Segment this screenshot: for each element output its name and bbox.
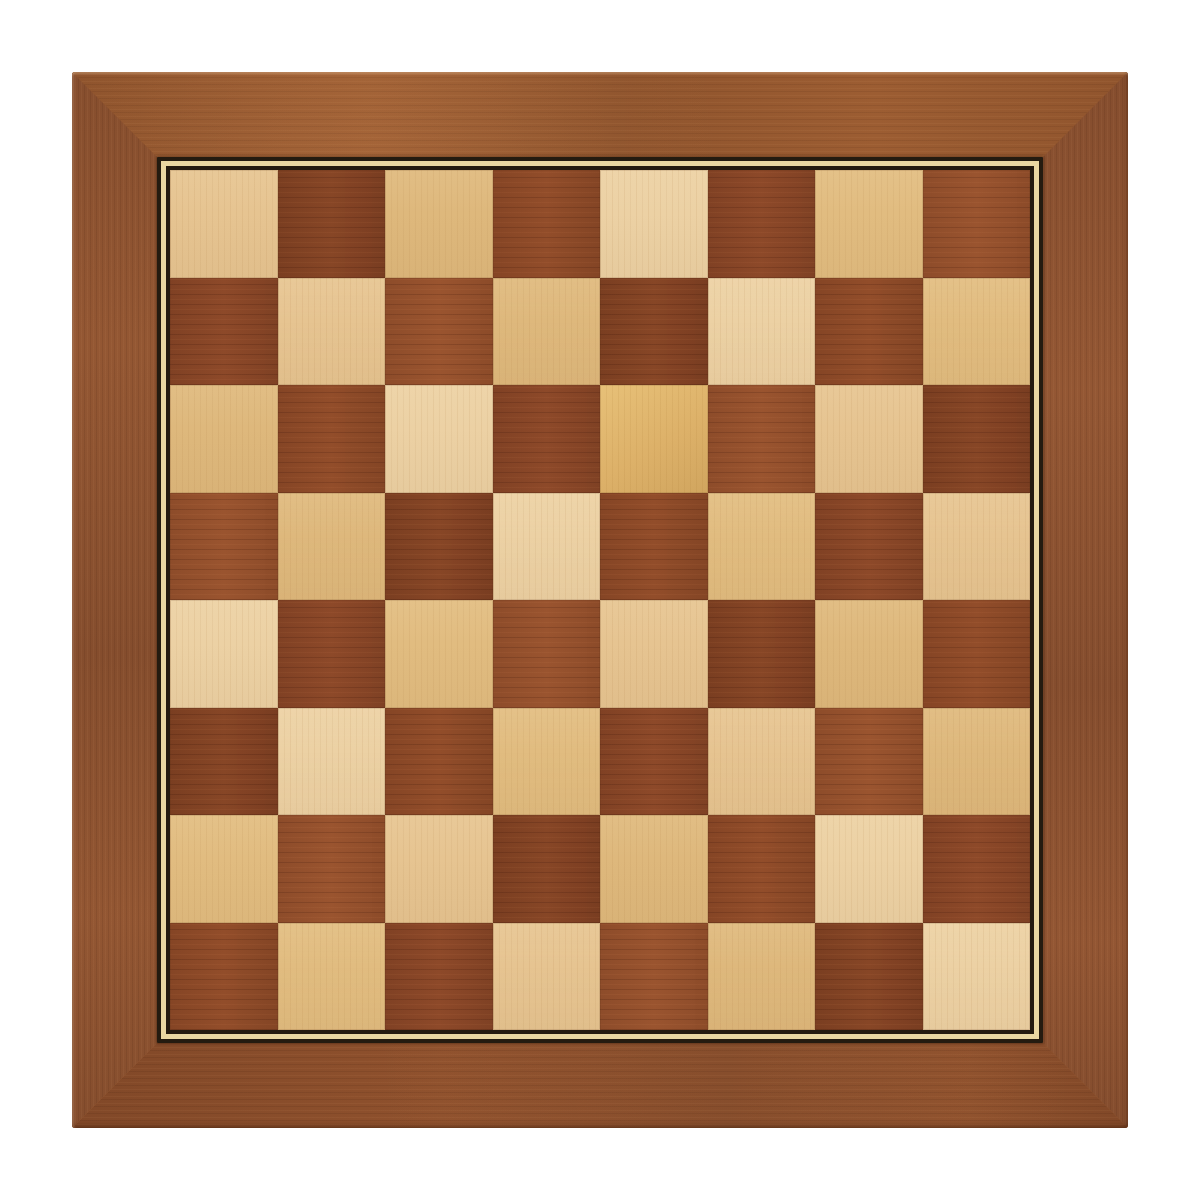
square-d1	[493, 923, 601, 1031]
square-a8	[170, 170, 278, 278]
square-h2	[923, 815, 1031, 923]
square-b1	[278, 923, 386, 1031]
square-b6	[278, 385, 386, 493]
square-e5	[600, 493, 708, 601]
square-b8	[278, 170, 386, 278]
square-e3	[600, 708, 708, 816]
square-e6	[600, 385, 708, 493]
square-a1	[170, 923, 278, 1031]
square-c2	[385, 815, 493, 923]
square-a3	[170, 708, 278, 816]
board-squares-grid	[170, 170, 1030, 1030]
square-g2	[815, 815, 923, 923]
square-g7	[815, 278, 923, 386]
square-h5	[923, 493, 1031, 601]
square-a6	[170, 385, 278, 493]
square-d2	[493, 815, 601, 923]
square-g1	[815, 923, 923, 1031]
square-d3	[493, 708, 601, 816]
square-f1	[708, 923, 816, 1031]
square-h4	[923, 600, 1031, 708]
square-f5	[708, 493, 816, 601]
square-b5	[278, 493, 386, 601]
square-f8	[708, 170, 816, 278]
square-d5	[493, 493, 601, 601]
square-g5	[815, 493, 923, 601]
square-b4	[278, 600, 386, 708]
square-f4	[708, 600, 816, 708]
square-a2	[170, 815, 278, 923]
square-c3	[385, 708, 493, 816]
product-photo-canvas	[0, 0, 1200, 1200]
square-f7	[708, 278, 816, 386]
square-c5	[385, 493, 493, 601]
square-f2	[708, 815, 816, 923]
square-h1	[923, 923, 1031, 1031]
square-f3	[708, 708, 816, 816]
square-d4	[493, 600, 601, 708]
square-e8	[600, 170, 708, 278]
square-c4	[385, 600, 493, 708]
square-c6	[385, 385, 493, 493]
square-h6	[923, 385, 1031, 493]
square-f6	[708, 385, 816, 493]
square-h3	[923, 708, 1031, 816]
square-e1	[600, 923, 708, 1031]
square-e2	[600, 815, 708, 923]
square-d6	[493, 385, 601, 493]
square-c7	[385, 278, 493, 386]
chess-board	[72, 72, 1128, 1128]
square-g8	[815, 170, 923, 278]
square-c1	[385, 923, 493, 1031]
square-e7	[600, 278, 708, 386]
square-a7	[170, 278, 278, 386]
square-g4	[815, 600, 923, 708]
square-g6	[815, 385, 923, 493]
square-c8	[385, 170, 493, 278]
square-d7	[493, 278, 601, 386]
square-a5	[170, 493, 278, 601]
square-e4	[600, 600, 708, 708]
square-g3	[815, 708, 923, 816]
square-a4	[170, 600, 278, 708]
square-b2	[278, 815, 386, 923]
square-d8	[493, 170, 601, 278]
square-h7	[923, 278, 1031, 386]
square-b3	[278, 708, 386, 816]
square-b7	[278, 278, 386, 386]
square-h8	[923, 170, 1031, 278]
